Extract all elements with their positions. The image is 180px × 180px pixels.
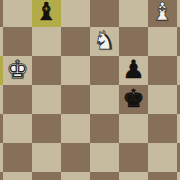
square-f3[interactable] (119, 114, 148, 143)
square-d2[interactable] (61, 143, 90, 172)
square-h2[interactable] (177, 143, 180, 172)
chess-board-viewport: ♝♝♞♚♟♚ (0, 0, 180, 180)
square-h3[interactable] (177, 114, 180, 143)
square-b6[interactable] (3, 27, 32, 56)
square-h6[interactable] (177, 27, 180, 56)
square-e7[interactable] (90, 0, 119, 27)
square-g2[interactable] (148, 143, 177, 172)
square-e1[interactable] (90, 172, 119, 180)
square-h4[interactable] (177, 85, 180, 114)
piece-white-bishop[interactable]: ♝ (151, 0, 173, 24)
square-f1[interactable] (119, 172, 148, 180)
square-e6[interactable]: ♞ (90, 27, 119, 56)
square-b3[interactable] (3, 114, 32, 143)
piece-black-bishop[interactable]: ♝ (35, 0, 57, 24)
piece-black-pawn[interactable]: ♟ (122, 57, 144, 82)
square-g6[interactable] (148, 27, 177, 56)
square-b7[interactable] (3, 0, 32, 27)
square-c2[interactable] (32, 143, 61, 172)
piece-white-king[interactable]: ♚ (6, 57, 28, 82)
square-c1[interactable] (32, 172, 61, 180)
square-f5[interactable]: ♟ (119, 56, 148, 85)
square-b2[interactable] (3, 143, 32, 172)
square-d1[interactable] (61, 172, 90, 180)
square-c7[interactable]: ♝ (32, 0, 61, 27)
square-c5[interactable] (32, 56, 61, 85)
square-g1[interactable] (148, 172, 177, 180)
square-d4[interactable] (61, 85, 90, 114)
chess-board: ♝♝♞♚♟♚ (0, 0, 180, 180)
square-e4[interactable] (90, 85, 119, 114)
square-g7[interactable]: ♝ (148, 0, 177, 27)
square-e2[interactable] (90, 143, 119, 172)
piece-white-knight[interactable]: ♞ (93, 28, 115, 53)
square-b1[interactable] (3, 172, 32, 180)
square-g3[interactable] (148, 114, 177, 143)
square-c3[interactable] (32, 114, 61, 143)
square-d6[interactable] (61, 27, 90, 56)
square-c6[interactable] (32, 27, 61, 56)
square-b5[interactable]: ♚ (3, 56, 32, 85)
square-d3[interactable] (61, 114, 90, 143)
square-b4[interactable] (3, 85, 32, 114)
square-g4[interactable] (148, 85, 177, 114)
square-f7[interactable] (119, 0, 148, 27)
square-d5[interactable] (61, 56, 90, 85)
square-f2[interactable] (119, 143, 148, 172)
square-h7[interactable] (177, 0, 180, 27)
square-e3[interactable] (90, 114, 119, 143)
square-g5[interactable] (148, 56, 177, 85)
square-e5[interactable] (90, 56, 119, 85)
square-f4[interactable]: ♚ (119, 85, 148, 114)
piece-black-king[interactable]: ♚ (122, 86, 144, 111)
square-h5[interactable] (177, 56, 180, 85)
square-c4[interactable] (32, 85, 61, 114)
square-d7[interactable] (61, 0, 90, 27)
square-h1[interactable] (177, 172, 180, 180)
square-f6[interactable] (119, 27, 148, 56)
